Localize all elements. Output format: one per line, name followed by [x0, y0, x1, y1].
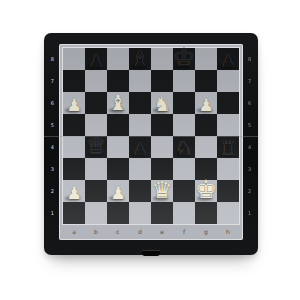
- rank-label-1-left: 1: [44, 202, 57, 224]
- square-f3[interactable]: [173, 158, 195, 180]
- square-g4[interactable]: [195, 136, 217, 158]
- rank-label-7-right: 7: [245, 70, 258, 92]
- square-e2[interactable]: ♛: [151, 180, 173, 202]
- file-label-e: e: [151, 225, 173, 238]
- black-rook-h4[interactable]: ♜: [219, 139, 236, 158]
- square-e7[interactable]: [151, 70, 173, 92]
- square-d2[interactable]: [129, 180, 151, 202]
- square-h2[interactable]: [217, 180, 239, 202]
- square-e4[interactable]: [151, 136, 173, 158]
- rank-label-4-right: 4: [245, 136, 258, 158]
- file-label-d: d: [129, 225, 151, 238]
- square-b7[interactable]: [85, 70, 107, 92]
- rank-label-8-right: 8: [245, 48, 258, 70]
- square-f4[interactable]: ♞: [173, 136, 195, 158]
- square-a7[interactable]: [63, 70, 85, 92]
- rank-label-8-left: 8: [44, 48, 57, 70]
- rank-label-2-right: 2: [245, 180, 258, 202]
- rank-label-6-left: 6: [44, 92, 57, 114]
- rank-label-7-left: 7: [44, 70, 57, 92]
- square-a8[interactable]: [63, 48, 85, 70]
- square-h3[interactable]: [217, 158, 239, 180]
- square-h6[interactable]: [217, 92, 239, 114]
- square-e6[interactable]: ♞: [151, 92, 173, 114]
- white-bishop-c6[interactable]: ♝: [109, 93, 128, 114]
- square-h4[interactable]: ♜: [217, 136, 239, 158]
- board-plate: ♟♝♚♟♟♝♞♟♛♟♞♜♟♟♛♚ abcdefgh: [59, 44, 243, 240]
- file-label-a: a: [63, 225, 85, 238]
- square-f1[interactable]: [173, 202, 195, 224]
- file-label-b: b: [85, 225, 107, 238]
- square-c6[interactable]: ♝: [107, 92, 129, 114]
- square-g5[interactable]: [195, 114, 217, 136]
- square-d6[interactable]: [129, 92, 151, 114]
- square-c5[interactable]: [107, 114, 129, 136]
- rank-label-3-left: 3: [44, 158, 57, 180]
- square-b2[interactable]: [85, 180, 107, 202]
- board-clasp: [142, 250, 160, 256]
- chess-board-frame: ♟♝♚♟♟♝♞♟♛♟♞♜♟♟♛♚ abcdefgh 87654321 87654…: [44, 33, 258, 255]
- square-d3[interactable]: [129, 158, 151, 180]
- square-a5[interactable]: [63, 114, 85, 136]
- white-queen-e2[interactable]: ♛: [152, 179, 173, 202]
- file-label-f: f: [173, 225, 195, 238]
- square-f6[interactable]: [173, 92, 195, 114]
- square-a2[interactable]: ♟: [63, 180, 85, 202]
- white-king-g2[interactable]: ♚: [195, 177, 217, 202]
- file-labels: abcdefgh: [63, 225, 239, 238]
- square-f2[interactable]: [173, 180, 195, 202]
- rank-label-1-right: 1: [245, 202, 258, 224]
- square-g7[interactable]: [195, 70, 217, 92]
- board-fold-seam: [44, 136, 258, 137]
- white-pawn-a2[interactable]: ♟: [66, 185, 81, 202]
- square-a1[interactable]: [63, 202, 85, 224]
- square-e5[interactable]: [151, 114, 173, 136]
- black-knight-f4[interactable]: ♞: [175, 138, 193, 158]
- square-b6[interactable]: [85, 92, 107, 114]
- square-g2[interactable]: ♚: [195, 180, 217, 202]
- rank-label-4-left: 4: [44, 136, 57, 158]
- rank-label-5-left: 5: [44, 114, 57, 136]
- white-pawn-g6[interactable]: ♟: [198, 97, 213, 114]
- square-d4[interactable]: ♟: [129, 136, 151, 158]
- black-queen-b4[interactable]: ♛: [86, 135, 107, 158]
- square-c3[interactable]: [107, 158, 129, 180]
- square-b3[interactable]: [85, 158, 107, 180]
- black-king-f8[interactable]: ♚: [173, 45, 195, 70]
- black-bishop-d8[interactable]: ♝: [131, 49, 150, 70]
- square-h7[interactable]: [217, 70, 239, 92]
- square-e8[interactable]: [151, 48, 173, 70]
- square-b4[interactable]: ♛: [85, 136, 107, 158]
- square-c7[interactable]: [107, 70, 129, 92]
- square-a4[interactable]: [63, 136, 85, 158]
- rank-label-6-right: 6: [245, 92, 258, 114]
- square-g1[interactable]: [195, 202, 217, 224]
- square-e1[interactable]: [151, 202, 173, 224]
- square-d1[interactable]: [129, 202, 151, 224]
- black-pawn-b8[interactable]: ♟: [88, 53, 103, 70]
- file-label-h: h: [217, 225, 239, 238]
- file-label-g: g: [195, 225, 217, 238]
- file-label-c: c: [107, 225, 129, 238]
- square-b8[interactable]: ♟: [85, 48, 107, 70]
- rank-label-5-right: 5: [245, 114, 258, 136]
- square-f8[interactable]: ♚: [173, 48, 195, 70]
- black-pawn-d4[interactable]: ♟: [132, 141, 147, 158]
- square-b1[interactable]: [85, 202, 107, 224]
- product-photo-stage: ♟♝♚♟♟♝♞♟♛♟♞♜♟♟♛♚ abcdefgh 87654321 87654…: [0, 0, 300, 300]
- square-a3[interactable]: [63, 158, 85, 180]
- square-d8[interactable]: ♝: [129, 48, 151, 70]
- white-pawn-a6[interactable]: ♟: [66, 97, 81, 114]
- square-a6[interactable]: ♟: [63, 92, 85, 114]
- rank-label-2-left: 2: [44, 180, 57, 202]
- square-c4[interactable]: [107, 136, 129, 158]
- square-c2[interactable]: ♟: [107, 180, 129, 202]
- square-c1[interactable]: [107, 202, 129, 224]
- rank-label-3-right: 3: [245, 158, 258, 180]
- square-h8[interactable]: ♟: [217, 48, 239, 70]
- square-h1[interactable]: [217, 202, 239, 224]
- square-d7[interactable]: [129, 70, 151, 92]
- square-d5[interactable]: [129, 114, 151, 136]
- white-knight-e6[interactable]: ♞: [153, 94, 171, 114]
- square-g6[interactable]: ♟: [195, 92, 217, 114]
- black-pawn-h8[interactable]: ♟: [220, 53, 235, 70]
- square-h5[interactable]: [217, 114, 239, 136]
- square-c8[interactable]: [107, 48, 129, 70]
- square-g8[interactable]: [195, 48, 217, 70]
- square-f5[interactable]: [173, 114, 195, 136]
- white-pawn-c2[interactable]: ♟: [110, 185, 125, 202]
- square-f7[interactable]: [173, 70, 195, 92]
